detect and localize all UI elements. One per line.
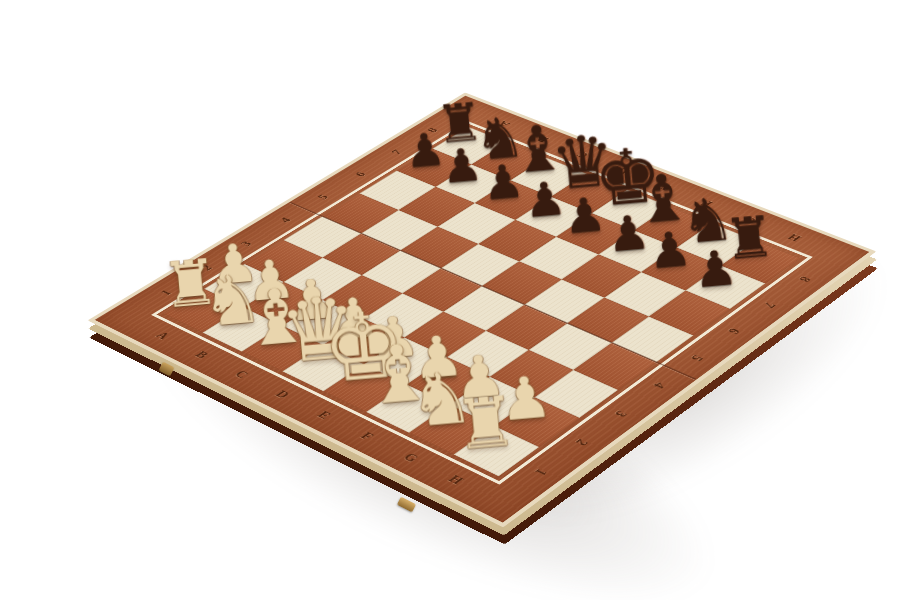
board-tilt-wrapper: AABBCCDDEEFFGGHH1122334455667788 ♜♞♝♛♚♝♞… bbox=[179, 0, 786, 589]
chessboard: AABBCCDDEEFFGGHH1122334455667788 ♜♞♝♛♚♝♞… bbox=[88, 93, 877, 528]
piece-black-pawn-h7: ♟ bbox=[685, 241, 747, 295]
piece-white-rook-h1: ♜ bbox=[453, 386, 521, 460]
product-photo-scene: AABBCCDDEEFFGGHH1122334455667788 ♜♞♝♛♚♝♞… bbox=[0, 0, 902, 600]
